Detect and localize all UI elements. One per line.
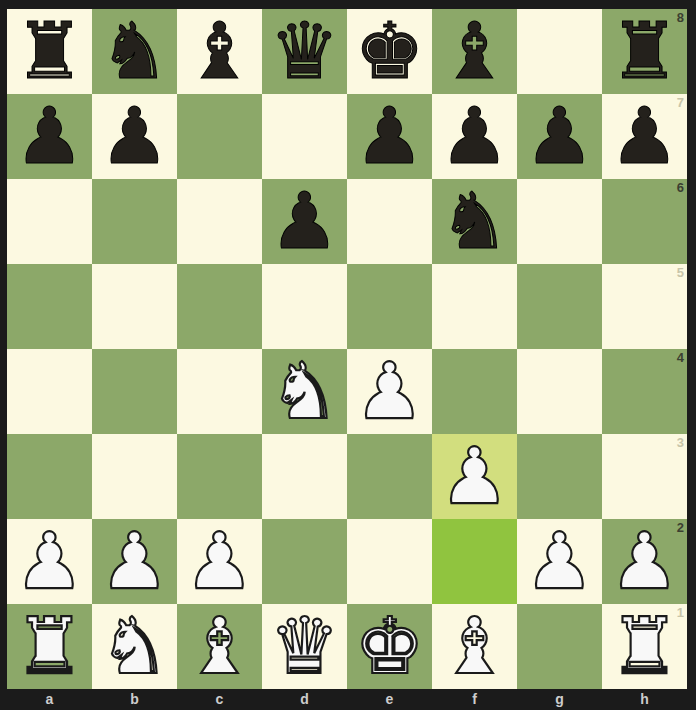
square-f7[interactable]: ♟ bbox=[432, 94, 517, 179]
rank-label-7: 7 bbox=[677, 96, 684, 109]
square-f5[interactable] bbox=[432, 264, 517, 349]
square-g8[interactable] bbox=[517, 9, 602, 94]
square-g2[interactable]: ♟ bbox=[517, 519, 602, 604]
square-a7[interactable]: ♟ bbox=[7, 94, 92, 179]
piece-black-knight-f6[interactable]: ♞ bbox=[432, 179, 517, 264]
square-h4[interactable]: 4 bbox=[602, 349, 687, 434]
piece-white-bishop-f1[interactable]: ♝ bbox=[432, 604, 517, 689]
square-d4[interactable]: ♞ bbox=[262, 349, 347, 434]
square-c3[interactable] bbox=[177, 434, 262, 519]
square-d2[interactable] bbox=[262, 519, 347, 604]
square-d5[interactable] bbox=[262, 264, 347, 349]
square-h8[interactable]: ♜8 bbox=[602, 9, 687, 94]
square-e5[interactable] bbox=[347, 264, 432, 349]
rank-label-6: 6 bbox=[677, 181, 684, 194]
piece-black-king-e8[interactable]: ♚ bbox=[347, 9, 432, 94]
piece-black-pawn-e7[interactable]: ♟ bbox=[347, 94, 432, 179]
square-f3[interactable]: ♟ bbox=[432, 434, 517, 519]
square-g4[interactable] bbox=[517, 349, 602, 434]
square-d8[interactable]: ♛ bbox=[262, 9, 347, 94]
chess-board: ♜♞♝♛♚♝♜8♟♟♟♟♟♟7♟♞65♞♟4♟3♟♟♟♟♟2♜♞♝♛♚♝♜1 bbox=[7, 9, 687, 689]
piece-black-pawn-g7[interactable]: ♟ bbox=[517, 94, 602, 179]
square-a4[interactable] bbox=[7, 349, 92, 434]
square-b2[interactable]: ♟ bbox=[92, 519, 177, 604]
square-d1[interactable]: ♛ bbox=[262, 604, 347, 689]
square-c5[interactable] bbox=[177, 264, 262, 349]
piece-white-pawn-a2[interactable]: ♟ bbox=[7, 519, 92, 604]
piece-black-rook-a8[interactable]: ♜ bbox=[7, 9, 92, 94]
piece-white-pawn-e4[interactable]: ♟ bbox=[347, 349, 432, 434]
square-f2[interactable] bbox=[432, 519, 517, 604]
rank-label-8: 8 bbox=[677, 11, 684, 24]
square-a3[interactable] bbox=[7, 434, 92, 519]
file-label-e: e bbox=[347, 689, 432, 710]
square-f1[interactable]: ♝ bbox=[432, 604, 517, 689]
square-g7[interactable]: ♟ bbox=[517, 94, 602, 179]
square-f6[interactable]: ♞ bbox=[432, 179, 517, 264]
piece-black-bishop-f8[interactable]: ♝ bbox=[432, 9, 517, 94]
file-labels-strip: a b c d e f g h bbox=[7, 689, 687, 710]
square-a2[interactable]: ♟ bbox=[7, 519, 92, 604]
square-h2[interactable]: ♟2 bbox=[602, 519, 687, 604]
rank-label-4: 4 bbox=[677, 351, 684, 364]
square-b6[interactable] bbox=[92, 179, 177, 264]
piece-white-queen-d1[interactable]: ♛ bbox=[262, 604, 347, 689]
piece-white-king-e1[interactable]: ♚ bbox=[347, 604, 432, 689]
square-h5[interactable]: 5 bbox=[602, 264, 687, 349]
square-h3[interactable]: 3 bbox=[602, 434, 687, 519]
square-a8[interactable]: ♜ bbox=[7, 9, 92, 94]
piece-white-pawn-f3[interactable]: ♟ bbox=[432, 434, 517, 519]
square-e3[interactable] bbox=[347, 434, 432, 519]
square-d3[interactable] bbox=[262, 434, 347, 519]
piece-white-pawn-g2[interactable]: ♟ bbox=[517, 519, 602, 604]
rank-label-5: 5 bbox=[677, 266, 684, 279]
chess-board-frame: ♜♞♝♛♚♝♜8♟♟♟♟♟♟7♟♞65♞♟4♟3♟♟♟♟♟2♜♞♝♛♚♝♜1 a… bbox=[0, 0, 696, 710]
file-label-h: h bbox=[602, 689, 687, 710]
square-e6[interactable] bbox=[347, 179, 432, 264]
file-label-f: f bbox=[432, 689, 517, 710]
file-label-a: a bbox=[7, 689, 92, 710]
piece-black-pawn-a7[interactable]: ♟ bbox=[7, 94, 92, 179]
square-e4[interactable]: ♟ bbox=[347, 349, 432, 434]
square-g1[interactable] bbox=[517, 604, 602, 689]
square-c2[interactable]: ♟ bbox=[177, 519, 262, 604]
rank-label-1: 1 bbox=[677, 606, 684, 619]
square-c4[interactable] bbox=[177, 349, 262, 434]
piece-white-rook-h1[interactable]: ♜ bbox=[602, 604, 687, 689]
square-e8[interactable]: ♚ bbox=[347, 9, 432, 94]
piece-black-queen-d8[interactable]: ♛ bbox=[262, 9, 347, 94]
piece-white-pawn-c2[interactable]: ♟ bbox=[177, 519, 262, 604]
piece-black-pawn-b7[interactable]: ♟ bbox=[92, 94, 177, 179]
piece-black-rook-h8[interactable]: ♜ bbox=[602, 9, 687, 94]
file-label-c: c bbox=[177, 689, 262, 710]
file-label-b: b bbox=[92, 689, 177, 710]
piece-white-pawn-h2[interactable]: ♟ bbox=[602, 519, 687, 604]
square-e2[interactable] bbox=[347, 519, 432, 604]
rank-label-3: 3 bbox=[677, 436, 684, 449]
square-h7[interactable]: ♟7 bbox=[602, 94, 687, 179]
piece-black-bishop-c8[interactable]: ♝ bbox=[177, 9, 262, 94]
square-f8[interactable]: ♝ bbox=[432, 9, 517, 94]
piece-white-knight-b1[interactable]: ♞ bbox=[92, 604, 177, 689]
square-g5[interactable] bbox=[517, 264, 602, 349]
square-b7[interactable]: ♟ bbox=[92, 94, 177, 179]
rank-label-2: 2 bbox=[677, 521, 684, 534]
piece-white-pawn-b2[interactable]: ♟ bbox=[92, 519, 177, 604]
piece-white-bishop-c1[interactable]: ♝ bbox=[177, 604, 262, 689]
square-a5[interactable] bbox=[7, 264, 92, 349]
piece-black-pawn-f7[interactable]: ♟ bbox=[432, 94, 517, 179]
square-a1[interactable]: ♜ bbox=[7, 604, 92, 689]
square-h1[interactable]: ♜1 bbox=[602, 604, 687, 689]
square-c7[interactable] bbox=[177, 94, 262, 179]
square-b4[interactable] bbox=[92, 349, 177, 434]
piece-black-pawn-h7[interactable]: ♟ bbox=[602, 94, 687, 179]
square-e7[interactable]: ♟ bbox=[347, 94, 432, 179]
square-g3[interactable] bbox=[517, 434, 602, 519]
square-d7[interactable] bbox=[262, 94, 347, 179]
file-label-g: g bbox=[517, 689, 602, 710]
square-h6[interactable]: 6 bbox=[602, 179, 687, 264]
square-c8[interactable]: ♝ bbox=[177, 9, 262, 94]
square-a6[interactable] bbox=[7, 179, 92, 264]
piece-black-knight-b8[interactable]: ♞ bbox=[92, 9, 177, 94]
square-b1[interactable]: ♞ bbox=[92, 604, 177, 689]
square-g6[interactable] bbox=[517, 179, 602, 264]
piece-black-pawn-d6[interactable]: ♟ bbox=[262, 179, 347, 264]
square-b8[interactable]: ♞ bbox=[92, 9, 177, 94]
square-c6[interactable] bbox=[177, 179, 262, 264]
square-e1[interactable]: ♚ bbox=[347, 604, 432, 689]
file-label-d: d bbox=[262, 689, 347, 710]
square-d6[interactable]: ♟ bbox=[262, 179, 347, 264]
square-f4[interactable] bbox=[432, 349, 517, 434]
piece-white-rook-a1[interactable]: ♜ bbox=[7, 604, 92, 689]
square-b3[interactable] bbox=[92, 434, 177, 519]
square-b5[interactable] bbox=[92, 264, 177, 349]
square-c1[interactable]: ♝ bbox=[177, 604, 262, 689]
piece-white-knight-d4[interactable]: ♞ bbox=[262, 349, 347, 434]
